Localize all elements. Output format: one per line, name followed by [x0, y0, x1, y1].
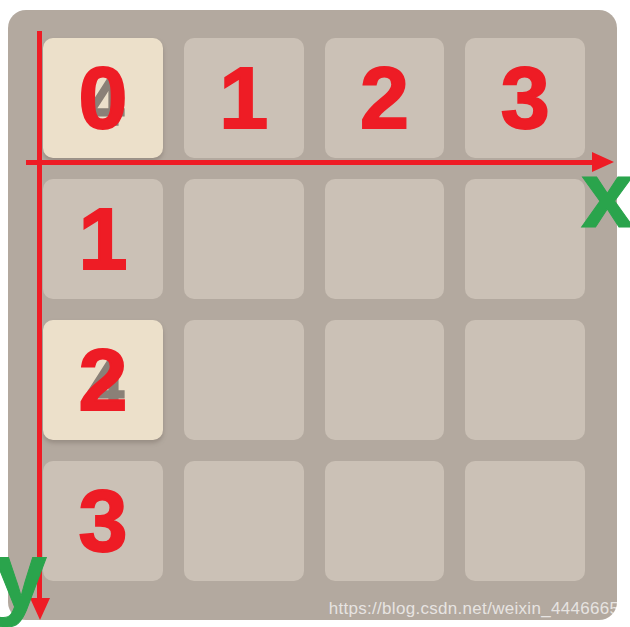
grid-cell-x0-y1: 1 — [43, 179, 163, 299]
grid-cell-x1-y3 — [184, 461, 304, 581]
x-axis-line — [26, 160, 596, 165]
grid-cell-x3-y2 — [465, 320, 585, 440]
grid-cell-x0-y2: 4 2 — [43, 320, 163, 440]
coordinate-label: 2 — [78, 336, 127, 424]
coordinate-label: 1 — [219, 54, 268, 142]
grid-cell-x2-y2 — [325, 320, 445, 440]
y-axis-label: y — [0, 527, 47, 622]
coordinate-label: 3 — [501, 54, 550, 142]
coordinate-label: 0 — [78, 54, 127, 142]
grid-cell-x0-y0: 4 0 — [43, 38, 163, 158]
y-axis-line — [37, 31, 42, 603]
grid-cell-x2-y1 — [325, 179, 445, 299]
grid-cell-x2-y0: 2 — [325, 38, 445, 158]
coordinate-label: 1 — [78, 195, 127, 283]
grid-cell-x2-y3 — [325, 461, 445, 581]
grid-cell-x0-y3: 3 — [43, 461, 163, 581]
grid-cell-x3-y0: 3 — [465, 38, 585, 158]
watermark-url: https://blog.csdn.net/weixin_44466651 — [329, 599, 629, 619]
grid-cell-x1-y1 — [184, 179, 304, 299]
x-axis-label: x — [581, 147, 630, 242]
grid-cell-x3-y3 — [465, 461, 585, 581]
coordinate-label: 3 — [78, 477, 127, 565]
grid-cell-x1-y2 — [184, 320, 304, 440]
coordinate-label: 2 — [360, 54, 409, 142]
grid-cell-x3-y1 — [465, 179, 585, 299]
grid-cell-x1-y0: 1 — [184, 38, 304, 158]
game-board-2048: 4 0 1 2 3 1 4 — [8, 10, 617, 620]
board-grid: 4 0 1 2 3 1 4 — [8, 10, 617, 620]
